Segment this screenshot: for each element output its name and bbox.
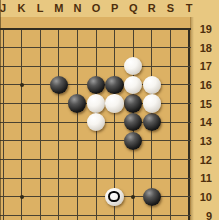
stone-glyph: ● [74, 99, 80, 109]
white-stone-P10: ○ [105, 188, 123, 206]
stone-glyph: ● [130, 99, 136, 109]
black-stone-R14: ● [143, 113, 161, 131]
white-stone-O14: ○ [87, 113, 105, 131]
stone-glyph: ● [56, 80, 62, 90]
black-stone-O16: ● [87, 76, 105, 94]
stone-glyph: ○ [130, 61, 136, 71]
black-stone-Q15: ● [124, 94, 142, 112]
column-label-K: K [13, 1, 31, 15]
star-point-Q10 [131, 195, 135, 199]
stone-glyph: ○ [112, 99, 118, 109]
column-label-J: J [0, 1, 12, 15]
stone-glyph: ● [93, 80, 99, 90]
black-stone-Q13: ● [124, 132, 142, 150]
black-stone-M16: ● [50, 76, 68, 94]
column-label-P: P [106, 1, 124, 15]
column-label-N: N [68, 1, 86, 15]
white-stone-Q17: ○ [124, 57, 142, 75]
star-point-K16 [20, 83, 24, 87]
white-stone-R15: ○ [143, 94, 161, 112]
go-board-app: JKLMNOPQRST 191817161514131211109 ●●●●●●… [0, 0, 219, 220]
column-label-S: S [161, 1, 179, 15]
stone-glyph: ○ [93, 117, 99, 127]
last-move-marker [108, 191, 120, 203]
column-label-R: R [143, 1, 161, 15]
column-label-O: O [87, 1, 105, 15]
column-label-Q: Q [124, 1, 142, 15]
stone-glyph: ○ [93, 99, 99, 109]
black-stone-Q14: ● [124, 113, 142, 131]
black-stone-P16: ● [105, 76, 123, 94]
stone-glyph: ○ [130, 80, 136, 90]
white-stone-P15: ○ [105, 94, 123, 112]
stone-glyph: ○ [149, 80, 155, 90]
stone-glyph: ○ [149, 99, 155, 109]
column-label-L: L [31, 1, 49, 15]
stone-glyph: ● [112, 80, 118, 90]
stone-glyph: ● [130, 136, 136, 146]
white-stone-O15: ○ [87, 94, 105, 112]
column-label-M: M [50, 1, 68, 15]
stone-glyph: ● [149, 192, 155, 202]
column-label-T: T [180, 1, 198, 15]
crop-edge [0, 0, 1, 220]
star-point-K10 [20, 195, 24, 199]
stones-grid: ●●●●●●●●●○○○○○○○○ [0, 20, 198, 220]
white-stone-R16: ○ [143, 76, 161, 94]
black-stone-N15: ● [68, 94, 86, 112]
stone-glyph: ● [130, 117, 136, 127]
black-stone-R10: ● [143, 188, 161, 206]
white-stone-Q16: ○ [124, 76, 142, 94]
stone-glyph: ● [149, 117, 155, 127]
